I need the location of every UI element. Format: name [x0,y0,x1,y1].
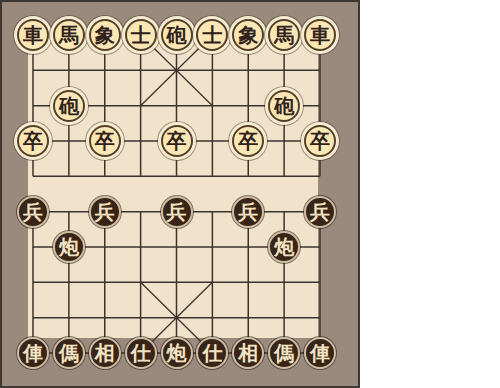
piece-light-馬[interactable]: 馬 [268,19,300,51]
piece-dark-炮[interactable]: 炮 [268,231,300,263]
piece-glyph: 兵 [167,202,187,222]
piece-glyph: 炮 [59,237,79,257]
piece-glyph: 卒 [167,131,187,151]
piece-glyph: 傌 [274,343,294,363]
piece-dark-炮[interactable]: 炮 [53,231,85,263]
piece-glyph: 仕 [202,343,222,363]
piece-light-車[interactable]: 車 [304,19,336,51]
piece-light-卒[interactable]: 卒 [17,125,49,157]
piece-dark-傌[interactable]: 傌 [53,337,85,369]
piece-light-馬[interactable]: 馬 [53,19,85,51]
piece-glyph: 砲 [274,96,294,116]
piece-glyph: 炮 [274,237,294,257]
piece-glyph: 馬 [274,25,294,45]
piece-dark-兵[interactable]: 兵 [304,196,336,228]
piece-glyph: 象 [238,25,258,45]
piece-glyph: 馬 [59,25,79,45]
piece-dark-炮[interactable]: 炮 [161,337,193,369]
piece-glyph: 卒 [95,131,115,151]
piece-light-砲[interactable]: 砲 [53,90,85,122]
piece-glyph: 士 [131,25,151,45]
piece-light-士[interactable]: 士 [125,19,157,51]
piece-dark-兵[interactable]: 兵 [17,196,49,228]
piece-glyph: 象 [95,25,115,45]
xiangqi-diagram: 車馬象士砲士象馬車砲砲卒卒卒卒卒兵兵兵兵兵炮炮俥傌相仕炮仕相傌俥 象 棋 炮砲仕… [0,0,500,388]
sidebar: 象 棋 炮砲仕♝士♗相象傌♞馬♘兵♟卒♙俥♜車♖ [360,0,500,388]
piece-light-象[interactable]: 象 [232,19,264,51]
piece-dark-傌[interactable]: 傌 [268,337,300,369]
piece-glyph: 相 [238,343,258,363]
piece-glyph: 士 [202,25,222,45]
piece-glyph: 兵 [95,202,115,222]
piece-glyph: 俥 [310,343,330,363]
piece-glyph: 兵 [238,202,258,222]
piece-dark-相[interactable]: 相 [232,337,264,369]
piece-light-卒[interactable]: 卒 [232,125,264,157]
xiangqi-board: 車馬象士砲士象馬車砲砲卒卒卒卒卒兵兵兵兵兵炮炮俥傌相仕炮仕相傌俥 [0,0,360,388]
board-grid-lines [0,0,360,388]
piece-light-車[interactable]: 車 [17,19,49,51]
piece-dark-仕[interactable]: 仕 [125,337,157,369]
piece-light-砲[interactable]: 砲 [161,19,193,51]
piece-glyph: 炮 [167,343,187,363]
piece-light-砲[interactable]: 砲 [268,90,300,122]
piece-dark-俥[interactable]: 俥 [304,337,336,369]
piece-glyph: 砲 [59,96,79,116]
piece-glyph: 俥 [23,343,43,363]
piece-light-卒[interactable]: 卒 [161,125,193,157]
piece-light-卒[interactable]: 卒 [89,125,121,157]
piece-glyph: 卒 [23,131,43,151]
piece-glyph: 卒 [310,131,330,151]
piece-glyph: 車 [23,25,43,45]
piece-glyph: 傌 [59,343,79,363]
piece-glyph: 卒 [238,131,258,151]
piece-glyph: 兵 [23,202,43,222]
piece-light-象[interactable]: 象 [89,19,121,51]
piece-glyph: 兵 [310,202,330,222]
piece-glyph: 仕 [131,343,151,363]
piece-glyph: 砲 [167,25,187,45]
piece-dark-相[interactable]: 相 [89,337,121,369]
piece-dark-兵[interactable]: 兵 [161,196,193,228]
piece-dark-俥[interactable]: 俥 [17,337,49,369]
piece-glyph: 相 [95,343,115,363]
piece-glyph: 車 [310,25,330,45]
piece-dark-兵[interactable]: 兵 [232,196,264,228]
piece-light-卒[interactable]: 卒 [304,125,336,157]
piece-dark-兵[interactable]: 兵 [89,196,121,228]
